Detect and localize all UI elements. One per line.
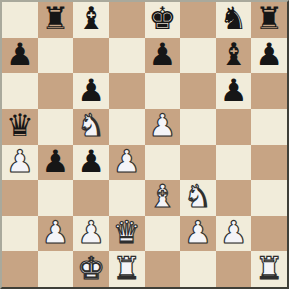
square-f6[interactable]: [180, 73, 216, 109]
square-d4[interactable]: ♟: [109, 145, 145, 181]
square-a1[interactable]: [2, 251, 38, 287]
square-f1[interactable]: [180, 251, 216, 287]
square-a6[interactable]: [2, 73, 38, 109]
square-d5[interactable]: [109, 109, 145, 145]
white-knight-piece[interactable]: ♞: [184, 181, 212, 212]
white-pawn-piece[interactable]: ♟: [148, 110, 176, 141]
square-h1[interactable]: ♜: [251, 251, 287, 287]
black-bishop-piece[interactable]: ♝: [77, 3, 105, 34]
square-c1[interactable]: ♚: [73, 251, 109, 287]
square-a3[interactable]: [2, 180, 38, 216]
chess-board: ♜♝♚♞♜♟♟♝♟♟♟♛♞♟♟♟♟♟♝♞♟♟♛♟♟♚♜♜: [2, 2, 287, 287]
chess-board-frame: ♜♝♚♞♜♟♟♝♟♟♟♛♞♟♟♟♟♟♝♞♟♟♛♟♟♚♜♜: [0, 0, 289, 289]
square-g3[interactable]: [216, 180, 252, 216]
square-c2[interactable]: ♟: [73, 216, 109, 252]
white-pawn-piece[interactable]: ♟: [184, 217, 212, 248]
square-h5[interactable]: [251, 109, 287, 145]
square-h6[interactable]: [251, 73, 287, 109]
square-g5[interactable]: [216, 109, 252, 145]
white-rook-piece[interactable]: ♜: [113, 253, 141, 284]
square-f3[interactable]: ♞: [180, 180, 216, 216]
white-knight-piece[interactable]: ♞: [77, 110, 105, 141]
square-a7[interactable]: ♟: [2, 38, 38, 74]
square-b7[interactable]: [38, 38, 74, 74]
white-queen-piece[interactable]: ♛: [113, 217, 141, 248]
white-pawn-piece[interactable]: ♟: [42, 217, 70, 248]
black-pawn-piece[interactable]: ♟: [77, 146, 105, 177]
square-d3[interactable]: [109, 180, 145, 216]
square-f8[interactable]: [180, 2, 216, 38]
black-pawn-piece[interactable]: ♟: [77, 75, 105, 106]
square-h2[interactable]: [251, 216, 287, 252]
square-e5[interactable]: ♟: [145, 109, 181, 145]
square-g2[interactable]: ♟: [216, 216, 252, 252]
square-b1[interactable]: [38, 251, 74, 287]
black-pawn-piece[interactable]: ♟: [42, 146, 70, 177]
square-c4[interactable]: ♟: [73, 145, 109, 181]
square-c3[interactable]: [73, 180, 109, 216]
black-pawn-piece[interactable]: ♟: [6, 39, 34, 70]
square-b4[interactable]: ♟: [38, 145, 74, 181]
square-b5[interactable]: [38, 109, 74, 145]
black-rook-piece[interactable]: ♜: [42, 3, 70, 34]
square-h8[interactable]: ♜: [251, 2, 287, 38]
black-pawn-piece[interactable]: ♟: [148, 39, 176, 70]
square-e4[interactable]: [145, 145, 181, 181]
white-pawn-piece[interactable]: ♟: [113, 146, 141, 177]
square-d2[interactable]: ♛: [109, 216, 145, 252]
square-d6[interactable]: [109, 73, 145, 109]
square-g4[interactable]: [216, 145, 252, 181]
square-d8[interactable]: [109, 2, 145, 38]
square-c8[interactable]: ♝: [73, 2, 109, 38]
black-knight-piece[interactable]: ♞: [220, 3, 248, 34]
square-h4[interactable]: [251, 145, 287, 181]
white-pawn-piece[interactable]: ♟: [77, 217, 105, 248]
square-b6[interactable]: [38, 73, 74, 109]
black-pawn-piece[interactable]: ♟: [220, 75, 248, 106]
square-g8[interactable]: ♞: [216, 2, 252, 38]
black-rook-piece[interactable]: ♜: [255, 3, 283, 34]
square-f4[interactable]: [180, 145, 216, 181]
square-e3[interactable]: ♝: [145, 180, 181, 216]
square-e1[interactable]: [145, 251, 181, 287]
white-bishop-piece[interactable]: ♝: [148, 181, 176, 212]
square-f5[interactable]: [180, 109, 216, 145]
black-pawn-piece[interactable]: ♟: [255, 39, 283, 70]
square-h7[interactable]: ♟: [251, 38, 287, 74]
black-bishop-piece[interactable]: ♝: [220, 39, 248, 70]
square-b2[interactable]: ♟: [38, 216, 74, 252]
square-e7[interactable]: ♟: [145, 38, 181, 74]
white-rook-piece[interactable]: ♜: [255, 253, 283, 284]
square-e8[interactable]: ♚: [145, 2, 181, 38]
white-pawn-piece[interactable]: ♟: [6, 146, 34, 177]
square-e6[interactable]: [145, 73, 181, 109]
black-queen-piece[interactable]: ♛: [6, 110, 34, 141]
square-a2[interactable]: [2, 216, 38, 252]
square-f2[interactable]: ♟: [180, 216, 216, 252]
black-king-piece[interactable]: ♚: [148, 3, 176, 34]
square-c7[interactable]: [73, 38, 109, 74]
square-e2[interactable]: [145, 216, 181, 252]
square-g1[interactable]: [216, 251, 252, 287]
white-pawn-piece[interactable]: ♟: [220, 217, 248, 248]
square-g6[interactable]: ♟: [216, 73, 252, 109]
square-b3[interactable]: [38, 180, 74, 216]
square-a5[interactable]: ♛: [2, 109, 38, 145]
square-a8[interactable]: [2, 2, 38, 38]
square-c5[interactable]: ♞: [73, 109, 109, 145]
square-g7[interactable]: ♝: [216, 38, 252, 74]
square-d7[interactable]: [109, 38, 145, 74]
square-f7[interactable]: [180, 38, 216, 74]
square-h3[interactable]: [251, 180, 287, 216]
square-d1[interactable]: ♜: [109, 251, 145, 287]
square-b8[interactable]: ♜: [38, 2, 74, 38]
white-king-piece[interactable]: ♚: [77, 253, 105, 284]
square-a4[interactable]: ♟: [2, 145, 38, 181]
square-c6[interactable]: ♟: [73, 73, 109, 109]
